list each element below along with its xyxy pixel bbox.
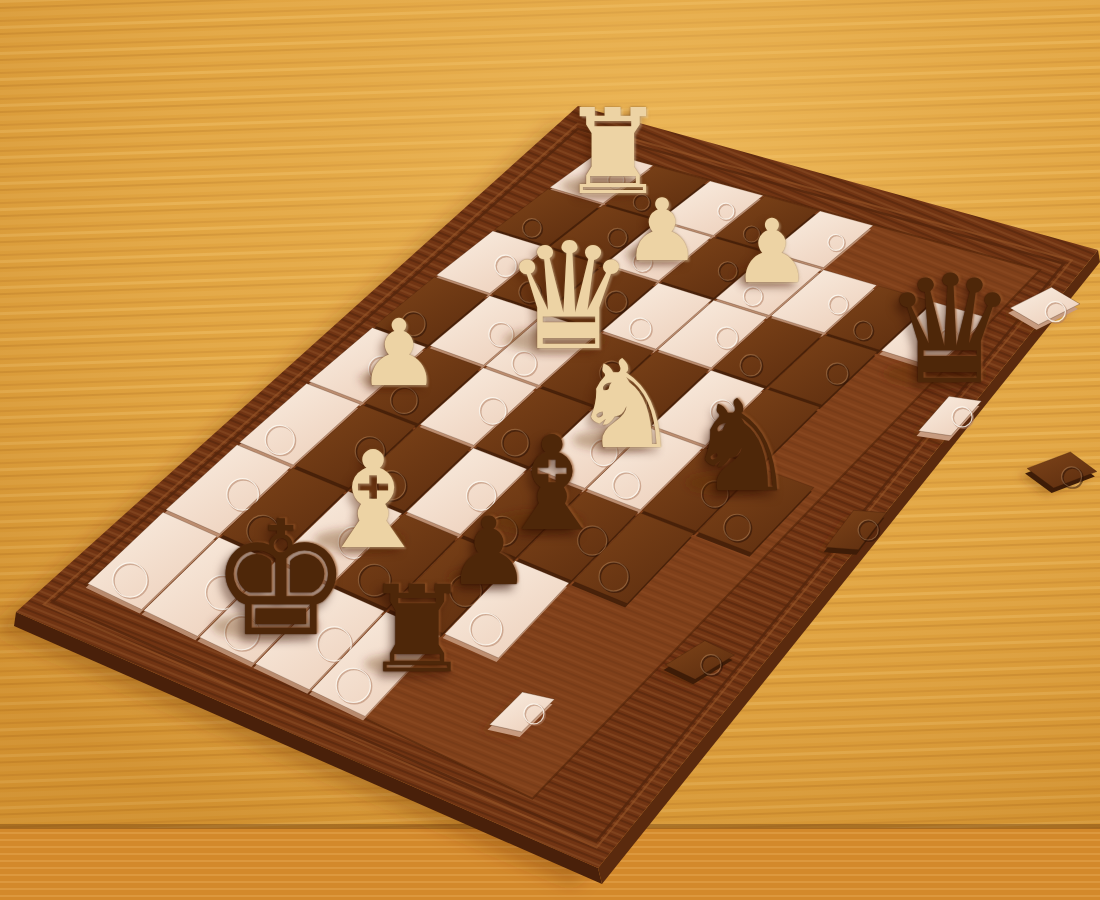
chess-piece-white-pawn-d2[interactable]: ♟ [733,208,812,296]
chess-piece-dark-knight[interactable]: ♞ [685,384,798,510]
chess-piece-dark-queen[interactable]: ♛ [883,255,1017,405]
chess-piece-dark-king[interactable]: ♚ [210,500,352,658]
chess-piece-white-pawn-h5[interactable]: ♟ [358,308,440,400]
chess-piece-dark-rook[interactable]: ♜ [363,570,471,690]
puzzle-chess-scene: ♜♟♟♛♛♟♞♞♝♝♟♚♜ [0,0,1100,900]
